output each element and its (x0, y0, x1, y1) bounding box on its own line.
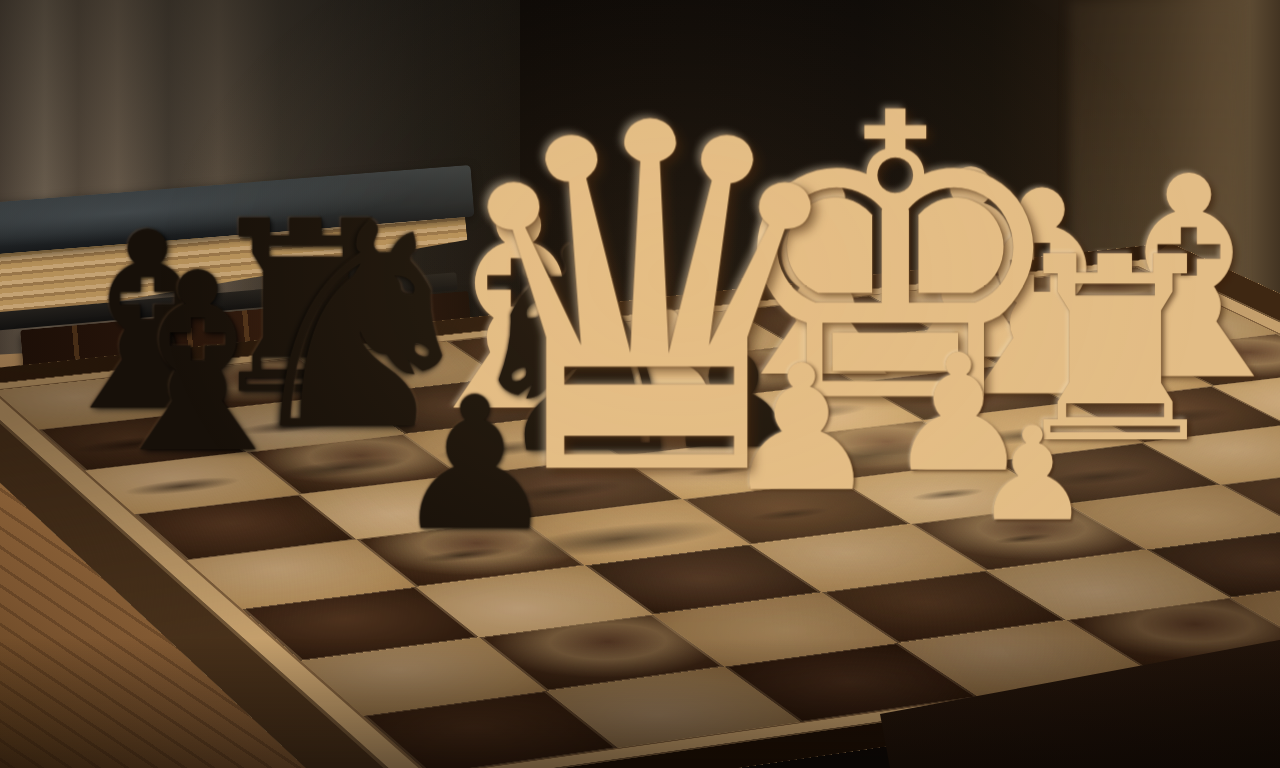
chess-photo-scene: ♝♜♝♞♝♟♝♝♞♟♚♝♝♟♛♟♟♜♟ (0, 0, 1280, 768)
piece-white-pawn-e3[interactable]: ♟ (948, 410, 1117, 540)
black-bishop-glyph: ♝ (87, 241, 308, 487)
white-pawn-glyph: ♟ (974, 410, 1090, 540)
piece-black-pawn-b4[interactable]: ♟ (356, 373, 595, 557)
black-pawn-glyph: ♟ (393, 373, 558, 557)
piece-black-bishop-a6[interactable]: ♝ (38, 241, 358, 487)
square-b4[interactable]: ♟ (356, 519, 585, 587)
